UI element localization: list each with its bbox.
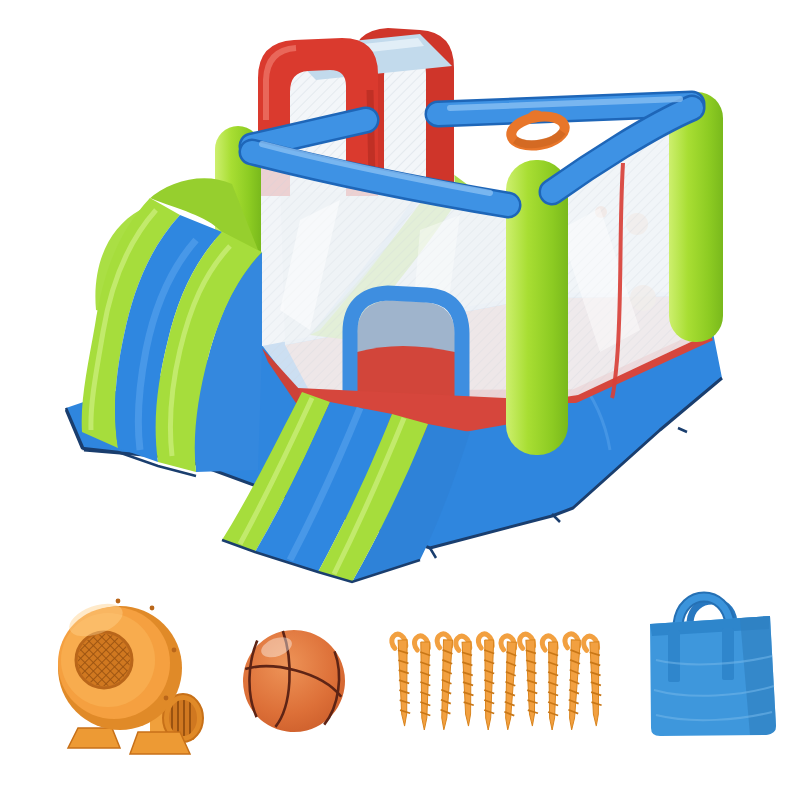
ground-stake	[434, 634, 453, 730]
left-slide	[66, 178, 262, 476]
blower-foot	[130, 732, 190, 754]
ground-stake	[498, 636, 517, 730]
ground-stake	[583, 636, 602, 726]
ground-stake	[478, 634, 494, 730]
product-image	[0, 0, 800, 800]
bounce-house	[66, 28, 723, 582]
ground-stake	[519, 634, 538, 726]
bag-strap	[668, 630, 680, 682]
carry-bag	[650, 597, 776, 736]
air-blower	[58, 597, 203, 754]
ground-stakes	[392, 634, 603, 730]
basketball	[236, 623, 351, 738]
blower-foot	[68, 728, 120, 748]
ground-stake	[456, 636, 475, 726]
bag-strap	[722, 628, 734, 680]
bounce-house-product-svg	[0, 0, 800, 800]
ground-stake	[542, 636, 558, 730]
ground-stake	[562, 634, 581, 730]
ground-stake	[392, 634, 411, 726]
ground-stake	[414, 636, 430, 730]
